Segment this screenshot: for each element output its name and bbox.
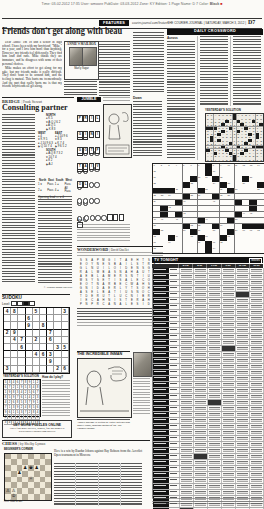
answer-box: [107, 214, 113, 221]
crossword-cell: 57: [198, 229, 205, 235]
tv-program-cell: [222, 364, 236, 369]
tv-program-cell: [222, 268, 236, 273]
sudoku-cell-r8c2: [11, 358, 18, 365]
sudoku-cell-r1c2: 8: [11, 308, 18, 315]
sudoku-cell-r5c5: 2: [33, 337, 40, 344]
tv-channel-number: [169, 286, 180, 291]
tv-program-cell: [222, 436, 236, 441]
tv-channel-cell: [153, 328, 169, 333]
crossword-solution-grid: SPASMODATELIERSCARABTIPTOESNAREDENIMOLEA…: [205, 113, 264, 162]
clue-number: 10: [228, 164, 230, 166]
cartoon-drawing: [104, 105, 131, 157]
tv-program-cell: [236, 406, 250, 411]
tv-channel-cell: [153, 370, 169, 375]
crossword-cell: [220, 229, 227, 235]
clue-number: 55: [161, 229, 163, 231]
sudoku-cell-r9c2: [11, 366, 18, 373]
sudoku-title: SUDOKU: [2, 294, 70, 300]
clue-number: 13: [250, 164, 252, 166]
crossword-cell: [227, 170, 234, 176]
tv-program-cell: [194, 394, 208, 399]
clue-number: 12: [242, 164, 244, 166]
howto-text: [42, 380, 70, 418]
tv-program-cell: [250, 430, 264, 435]
crossword-cell: 25: [227, 182, 234, 188]
tv-program-cell: [180, 406, 194, 411]
tv-program-cell: [208, 430, 222, 435]
crossword-cell: [175, 170, 182, 176]
crossword-cell: 15: [153, 170, 160, 176]
sudoku-cell-r7c7: 3: [47, 351, 54, 358]
clue-number: 35: [190, 194, 192, 196]
tv-program-cell: [236, 412, 250, 417]
page-number: D7: [248, 19, 262, 25]
north-hand: NORTH ♠ K 5♥ A Q J 6 2♦ A Q 5♣ K 8 3: [46, 114, 72, 131]
crossword-cell: 53: [198, 224, 205, 230]
tv-program-cell: [222, 316, 236, 321]
crossword-cell: 13: [249, 164, 256, 170]
tv-program-cell: [208, 358, 222, 363]
tv-program-cell: [222, 418, 236, 423]
tv-program-cell: [236, 322, 250, 327]
crossword-black-cell: [235, 200, 242, 206]
sudoku-cell-r7c3: [18, 351, 25, 358]
tv-program-cell: [208, 280, 222, 285]
crossword-cell: [235, 176, 242, 182]
crossword-black-cell: [227, 218, 234, 224]
tv-program-cell: [208, 424, 222, 429]
clue-number: 61: [250, 229, 252, 231]
crossword-cell: [227, 241, 234, 247]
crossword-cell: [249, 170, 256, 176]
crossword-cell: [257, 170, 264, 176]
sudoku-cell-r7c8: [54, 351, 61, 358]
tv-program-cell: [250, 484, 264, 489]
tv-program-cell: [250, 466, 264, 471]
crossword-cell: 55: [160, 229, 167, 235]
solution-letter-cell: E: [259, 158, 263, 161]
tv-program-cell: [222, 334, 236, 339]
tv-program-cell: [236, 376, 250, 381]
sudoku-cell-r6c4: [26, 344, 33, 351]
crossword-cell: 69: [168, 241, 175, 247]
crossword-cell: 35: [190, 194, 197, 200]
tv-program-cell: [250, 448, 264, 453]
tv-program-cell: [208, 460, 222, 465]
level-box-1: [11, 301, 16, 306]
crossword-cell: 21: [249, 176, 256, 182]
tv-channel-cell: [153, 304, 169, 309]
sudoku-cell-r3c3: [18, 322, 25, 329]
tv-program-cell: [180, 418, 194, 423]
crossword-cell: 56: [183, 229, 190, 235]
crossword-cell: [257, 235, 264, 241]
crossword-cell: [198, 170, 205, 176]
tv-program-cell: [208, 334, 222, 339]
crossword-cell: [220, 170, 227, 176]
tv-channel-cell: [153, 448, 169, 453]
crossword-cell: [249, 194, 256, 200]
tv-program-cell: [236, 268, 250, 273]
slugline-color-mark: ■: [220, 2, 222, 6]
jumble-title: JUMBLE: [77, 97, 101, 102]
crossword-cell: [242, 188, 249, 194]
tv-program-cell: [180, 268, 194, 273]
crossword-black-cell: [160, 206, 167, 212]
tv-channel-cell: [153, 424, 169, 429]
crossword-cell: [235, 182, 242, 188]
tv-program-cell: [194, 310, 208, 315]
sudoku-cell-r1c5: 5: [33, 308, 40, 315]
tv-channel-cell: [153, 352, 169, 357]
columnist-photos: [69, 47, 95, 64]
tv-program-cell: [250, 424, 264, 429]
sudoku-cell-r2c6: [40, 315, 47, 322]
tv-program-cell: [208, 490, 222, 495]
tv-channel-number: [169, 406, 180, 411]
tv-program-cell: [250, 280, 264, 285]
tv-program-cell: [250, 472, 264, 477]
tv-program-cell: [180, 382, 194, 387]
crossword-cell: 63: [153, 235, 160, 241]
crossword-cell: [249, 182, 256, 188]
crossword-cell: [168, 200, 175, 206]
annies-mailbox-box: ANNIE'S MAILBOX Kathy Mitchell Marcy Sug…: [64, 41, 99, 80]
sudoku-cell-r5c1: [4, 337, 11, 344]
tv-channel-number: [169, 322, 180, 327]
tv-program-cell: [250, 352, 264, 357]
tv-program-cell: [194, 352, 208, 357]
byline-2: Marcy Sugar: [74, 67, 89, 70]
clue-number: 29: [220, 188, 222, 190]
clue-number: 33: [161, 194, 163, 196]
crossword-cell: [257, 212, 264, 218]
article-column-3: [99, 41, 130, 96]
crossword-cell: [227, 200, 234, 206]
crossword-cell: [175, 247, 182, 253]
crossword-cell: 30: [235, 188, 242, 194]
tv-program-cell: [194, 418, 208, 423]
answer-box: [113, 214, 119, 221]
crossword-cell: [235, 194, 242, 200]
tv-program-cell: [208, 418, 222, 423]
crossword-cell: [183, 188, 190, 194]
tv-channel-cell: [153, 310, 169, 315]
tv-program-cell: [250, 436, 264, 441]
tv-channel-cell: [153, 460, 169, 465]
tv-program-cell: [194, 466, 208, 471]
tv-program-cell: [236, 280, 250, 285]
crossword-cell: [183, 241, 190, 247]
tv-program-cell: [250, 376, 264, 381]
crossword-cell: [168, 170, 175, 176]
sudoku-cell-r9c6: [40, 366, 47, 373]
move-column-3: [99, 463, 121, 506]
sudoku-cell-r4c2: 9: [11, 330, 18, 337]
clue-number: 8: [213, 164, 214, 166]
tv-channel-cell: [153, 298, 169, 303]
crossword-black-cell: [190, 176, 197, 182]
crossword-cell: [205, 229, 212, 235]
clue-number: 47: [161, 218, 163, 220]
tv-channel-cell: [153, 268, 169, 273]
clue-number: 2: [161, 164, 162, 166]
tv-channel-number: [169, 424, 180, 429]
crossword-cell: [190, 200, 197, 206]
tv-program-cell: [208, 286, 222, 291]
tv-program-cell: [250, 364, 264, 369]
crossword-cell: [168, 212, 175, 218]
tv-program-cell: [208, 352, 222, 357]
tv-channel-cell: [153, 472, 169, 477]
crossword-cell: [257, 194, 264, 200]
comic-drawing: [78, 359, 131, 417]
tv-program-cell: [180, 364, 194, 369]
bridge-hand-diagram: NORTH ♠ K 5♥ A Q J 6 2♦ A Q 5♣ K 8 3 WES…: [38, 114, 72, 176]
sudoku-cell-r9c1: 3: [4, 366, 11, 373]
tv-program-cell: [250, 328, 264, 333]
side-caption-text: [133, 378, 150, 416]
sudoku-cell-r7c2: [11, 351, 18, 358]
tv-channel-cell: [153, 292, 169, 297]
crossword-cell: 70: [198, 241, 205, 247]
clue-text: [200, 36, 228, 105]
tv-channel-number: [169, 304, 180, 309]
bridge-text-column-2: [38, 196, 72, 284]
tv-program-cell: [194, 424, 208, 429]
crossword-black-cell: [242, 176, 249, 182]
tv-program-cell: [180, 274, 194, 279]
sudoku-cell-r3c8: [54, 322, 61, 329]
crossword-cell: 14: [257, 164, 264, 170]
tv-channel-cell: [153, 346, 169, 351]
tv-program-cell: [250, 316, 264, 321]
chess-intro-text: Here is a win by Baadur Jobava against R…: [54, 450, 142, 457]
crossword-cell: [190, 247, 197, 253]
tv-channel-number: [169, 388, 180, 393]
sudoku-cell-r8c5: [33, 358, 40, 365]
tv-program-cell: [222, 484, 236, 489]
tv-channel-number: [169, 346, 180, 351]
crossword-cell: [183, 206, 190, 212]
west-hand: WEST ♠ 4♥ K 9 5♦ J 10 9 6 3♣ Q 10 7 4: [38, 132, 55, 149]
crossword-cell: [168, 176, 175, 182]
tv-program-cell: [208, 472, 222, 477]
tv-channel-cell: [153, 412, 169, 417]
crossword-black-cell: [160, 212, 167, 218]
tv-channel-number: [169, 292, 180, 297]
tv-program-cell: [194, 322, 208, 327]
tv-program-cell: [236, 472, 250, 477]
tv-channel-number: [169, 328, 180, 333]
tv-program-cell: [236, 304, 250, 309]
jumble-letter-tile: O: [77, 181, 83, 188]
crossword-cell: 45: [249, 212, 256, 218]
card-suit-line: ♣ 9 6 5 2: [55, 145, 72, 148]
sudoku-cell-r2c9: [62, 315, 69, 322]
sudoku-cell-r4c6: [40, 330, 47, 337]
tv-channel-cell: [153, 430, 169, 435]
crossword-cell: 59: [235, 229, 242, 235]
tv-channel-number: [169, 364, 180, 369]
tv-program-cell: [180, 430, 194, 435]
crossword-black-cell: [249, 224, 256, 230]
crossword-cell: [235, 170, 242, 176]
crossword-cell: [205, 194, 212, 200]
tv-program-cell: [208, 442, 222, 447]
tv-program-cell: [194, 490, 208, 495]
tv-program-cell: [180, 436, 194, 441]
tv-program-cell: [180, 358, 194, 363]
jumble-answer-circle: [83, 198, 88, 203]
card-suit-line: ♣ A J: [46, 163, 72, 166]
crossword-cell: 48: [175, 218, 182, 224]
tv-program-cell: [208, 340, 222, 345]
crossword-cell: [220, 200, 227, 206]
crossword-black-cell: [198, 235, 205, 241]
tv-program-cell: [194, 484, 208, 489]
crossword-solution-label: YESTERDAY'S SOLUTION: [205, 108, 262, 112]
tv-program-cell: [236, 358, 250, 363]
crossword-cell: [257, 176, 264, 182]
sudoku-cell-r5c9: [62, 337, 69, 344]
sudoku-cell-r9c7: [47, 366, 54, 373]
crossword-cell: [242, 218, 249, 224]
crossword-cell: 29: [220, 188, 227, 194]
tv-program-cell: [236, 448, 250, 453]
crossword-black-cell: [242, 224, 249, 230]
crossword-cell: 41: [212, 200, 219, 206]
crossword-cell: 31: [257, 188, 264, 194]
crossword-cell: [257, 241, 264, 247]
sudoku-cell-r8c7: 9: [47, 358, 54, 365]
crossword-cell: 74: [212, 247, 219, 253]
tv-channel-number: [169, 448, 180, 453]
tv-program-cell: [194, 298, 208, 303]
tv-program-cell: [194, 280, 208, 285]
crossword-cell: 1: [153, 164, 160, 170]
clue-number: 71: [213, 241, 215, 243]
sudoku-cell-r4c9: [62, 330, 69, 337]
crossword-cell: [212, 218, 219, 224]
crossword-cell: [153, 206, 160, 212]
tv-channel-number: [169, 340, 180, 345]
tv-channel-number: [169, 316, 180, 321]
clue-number: 72: [220, 241, 222, 243]
tv-program-cell: [180, 310, 194, 315]
tv-program-cell: [208, 394, 222, 399]
clue-number: 51: [153, 224, 155, 226]
crossword-black-cell: [175, 212, 182, 218]
tv-channel-number: [169, 490, 180, 495]
article-paragraph-2: Mike makes an effort to get along for my…: [2, 67, 62, 89]
tv-program-cell: [180, 370, 194, 375]
tv-program-cell: [250, 478, 264, 483]
crossword-cell: 12: [242, 164, 249, 170]
crossword-cell: [183, 176, 190, 182]
crossword-cell: [205, 224, 212, 230]
article-paragraph-1: Dear Annie: I'm 18 and a senior in high …: [2, 41, 62, 66]
tv-channel-cell: [153, 376, 169, 381]
crossword-cell: [212, 188, 219, 194]
tv-channel-cell: [153, 490, 169, 495]
tv-program-cell: [236, 298, 250, 303]
level-box-4: [29, 301, 34, 306]
crossword-cell: 33: [160, 194, 167, 200]
tv-program-cell: [194, 454, 208, 459]
clue-number: 19: [205, 176, 207, 178]
sudoku-solution-grid: 5346789126721953481983425678597614234268…: [3, 379, 41, 417]
tv-program-cell: [180, 280, 194, 285]
tv-program-cell: [250, 382, 264, 387]
tv-channel-number: [169, 430, 180, 435]
tv-program-cell: [180, 454, 194, 459]
tv-program-cell: [250, 334, 264, 339]
clue-number: 25: [228, 182, 230, 184]
clue-number: 45: [250, 212, 252, 214]
sudoku-cell-r9c9: 6: [62, 366, 69, 373]
wonderword-wordlist: [77, 308, 163, 320]
bidding-call: 4 ♠: [55, 187, 65, 194]
crossword-cell: [205, 182, 212, 188]
tv-program-cell: [222, 358, 236, 363]
sudoku-cell-r2c2: [11, 315, 18, 322]
sudoku-cell-r7c4: [26, 351, 33, 358]
crossword-cell: [160, 176, 167, 182]
tv-program-cell: [250, 418, 264, 423]
tv-program-cell: [194, 382, 208, 387]
tv-program-cell: [180, 442, 194, 447]
tv-program-cell: [208, 400, 222, 405]
crossword-cell: [227, 224, 234, 230]
sudoku-cell-r2c4: 6: [26, 315, 33, 322]
tv-program-cell: [208, 316, 222, 321]
across-label: Across: [167, 36, 197, 40]
sudoku-cell-r4c7: 7: [47, 330, 54, 337]
clue-number: 38: [228, 194, 230, 196]
clue-number: 60: [242, 229, 244, 231]
crossword-cell: 5: [183, 164, 190, 170]
crossword-black-cell: [183, 194, 190, 200]
clue-number: 7: [198, 164, 199, 166]
wonderword-grid: SSAPMGITAEHTSINEOYNESBAILSTRATGLNUILOIDE…: [78, 258, 163, 306]
crossword-cell: [242, 235, 249, 241]
crossword-cell: 9: [220, 164, 227, 170]
crossword-black-cell: [190, 229, 197, 235]
crossword-title: DAILY CROSSWORD: [167, 29, 263, 35]
tv-program-cell: [250, 370, 264, 375]
crossword-cell: [190, 206, 197, 212]
tv-program-cell: [236, 442, 250, 447]
tv-program-cell: [236, 364, 250, 369]
tv-channel-cell: [153, 394, 169, 399]
tv-program-cell: [222, 394, 236, 399]
crossword-cell: [212, 206, 219, 212]
tv-program-cell: [208, 322, 222, 327]
sudoku-cell-r5c7: 6: [47, 337, 54, 344]
tv-program-cell: [180, 460, 194, 465]
tv-program-cell: [194, 442, 208, 447]
tv-program-cell: [180, 322, 194, 327]
sudoku-cell-r7c1: [4, 351, 11, 358]
tv-program-cell: [250, 454, 264, 459]
tv-program-cell: [222, 346, 236, 351]
tv-channel-cell: [153, 478, 169, 483]
clue-number: 37: [220, 194, 222, 196]
print-slugline: Time: 03-02-2012 17:35 User: wmoore PubD…: [0, 2, 264, 6]
tv-program-cell: [194, 436, 208, 441]
clue-number: 42: [168, 206, 170, 208]
